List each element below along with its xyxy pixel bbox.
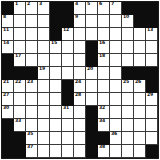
white-cell[interactable] (110, 54, 122, 67)
white-cell[interactable] (38, 106, 50, 119)
white-cell[interactable] (98, 28, 110, 41)
white-cell[interactable] (50, 132, 62, 145)
black-cell (98, 132, 110, 145)
white-cell[interactable] (122, 28, 134, 41)
black-cell (146, 67, 158, 80)
black-cell (50, 28, 62, 41)
white-cell[interactable] (14, 28, 26, 41)
white-cell[interactable]: 36 (110, 132, 122, 145)
clue-number: 35 (27, 132, 33, 137)
clue-number: 13 (147, 28, 153, 33)
white-cell[interactable] (146, 41, 158, 54)
white-cell[interactable] (110, 67, 122, 80)
clue-number: 29 (147, 93, 153, 98)
clue-number: 16 (99, 41, 105, 46)
clue-number: 37 (27, 145, 33, 150)
white-cell[interactable] (14, 15, 26, 28)
white-cell[interactable] (110, 145, 122, 158)
white-cell[interactable] (38, 15, 50, 28)
clue-number: 24 (75, 80, 81, 85)
black-cell (86, 54, 98, 67)
white-cell[interactable]: 16 (98, 41, 110, 54)
white-cell[interactable] (62, 54, 74, 67)
clue-number: 10 (123, 15, 129, 20)
white-cell[interactable] (38, 132, 50, 145)
clue-number: 6 (99, 2, 102, 7)
white-cell[interactable]: 37 (26, 145, 38, 158)
white-cell[interactable]: 18 (98, 54, 110, 67)
white-cell[interactable]: 34 (98, 119, 110, 132)
white-cell[interactable] (122, 54, 134, 67)
clue-number: 34 (99, 119, 105, 124)
white-cell[interactable] (26, 93, 38, 106)
black-cell (14, 67, 26, 80)
white-cell[interactable]: 23 (26, 80, 38, 93)
white-cell[interactable]: 9 (74, 15, 86, 28)
white-cell[interactable] (74, 28, 86, 41)
white-cell[interactable] (14, 41, 26, 54)
white-cell[interactable] (86, 15, 98, 28)
black-cell (50, 15, 62, 28)
clue-number: 7 (111, 2, 114, 7)
white-cell[interactable]: 4 (74, 2, 86, 15)
white-cell[interactable]: 17 (14, 54, 26, 67)
white-cell[interactable]: 10 (122, 15, 134, 28)
white-cell[interactable] (122, 41, 134, 54)
clue-number: 15 (51, 41, 57, 46)
black-cell (134, 2, 146, 15)
white-cell[interactable]: 35 (26, 132, 38, 145)
clue-number: 30 (3, 106, 9, 111)
black-cell (146, 145, 158, 158)
clue-number: 1 (15, 2, 18, 7)
black-cell (146, 2, 158, 15)
clue-number: 11 (3, 28, 9, 33)
white-cell[interactable] (122, 93, 134, 106)
clue-number: 31 (63, 106, 69, 111)
clue-number: 12 (63, 28, 69, 33)
white-cell[interactable] (62, 145, 74, 158)
white-cell[interactable] (86, 93, 98, 106)
white-cell[interactable]: 31 (62, 106, 74, 119)
white-cell[interactable] (38, 41, 50, 54)
white-cell[interactable] (74, 119, 86, 132)
clue-number: 4 (75, 2, 78, 7)
white-cell[interactable]: 8 (2, 15, 14, 28)
white-cell[interactable]: 11 (2, 28, 14, 41)
white-cell[interactable] (134, 93, 146, 106)
white-cell[interactable] (26, 15, 38, 28)
clue-number: 17 (15, 54, 21, 59)
white-cell[interactable] (26, 28, 38, 41)
clue-number: 22 (15, 80, 21, 85)
clue-number: 23 (27, 80, 33, 85)
white-cell[interactable] (110, 93, 122, 106)
white-cell[interactable] (146, 119, 158, 132)
clue-number: 38 (99, 145, 105, 150)
white-cell[interactable] (110, 80, 122, 93)
white-cell[interactable] (74, 106, 86, 119)
black-cell (62, 93, 74, 106)
white-cell[interactable]: 13 (146, 28, 158, 41)
white-cell[interactable] (38, 80, 50, 93)
white-cell[interactable] (134, 145, 146, 158)
white-cell[interactable] (122, 132, 134, 145)
black-cell (86, 106, 98, 119)
black-cell (26, 67, 38, 80)
white-cell[interactable] (38, 119, 50, 132)
white-cell[interactable]: 30 (2, 106, 14, 119)
clue-number: 36 (111, 132, 117, 137)
clue-number: 9 (75, 15, 78, 20)
black-cell (122, 2, 134, 15)
white-cell[interactable] (122, 106, 134, 119)
white-cell[interactable] (38, 145, 50, 158)
black-cell (2, 67, 14, 80)
black-cell (2, 145, 14, 158)
white-cell[interactable] (98, 93, 110, 106)
white-cell[interactable] (134, 132, 146, 145)
white-cell[interactable] (110, 28, 122, 41)
white-cell[interactable] (14, 106, 26, 119)
white-cell[interactable] (26, 54, 38, 67)
black-cell (122, 67, 134, 80)
clue-number: 20 (87, 67, 93, 72)
clue-number: 19 (39, 67, 45, 72)
white-cell[interactable] (110, 15, 122, 28)
clue-number: 26 (135, 80, 141, 85)
white-cell[interactable]: 12 (62, 28, 74, 41)
white-cell[interactable]: 19 (38, 67, 50, 80)
white-cell[interactable]: 25 (122, 80, 134, 93)
white-cell[interactable] (134, 119, 146, 132)
white-cell[interactable] (26, 41, 38, 54)
white-cell[interactable]: 20 (86, 67, 98, 80)
black-cell (86, 132, 98, 145)
white-cell[interactable] (86, 80, 98, 93)
white-cell[interactable] (134, 28, 146, 41)
white-cell[interactable] (14, 93, 26, 106)
white-cell[interactable] (50, 145, 62, 158)
black-cell (86, 119, 98, 132)
black-cell (2, 119, 14, 132)
white-cell[interactable] (50, 119, 62, 132)
white-cell[interactable] (38, 93, 50, 106)
black-cell (86, 41, 98, 54)
black-cell (14, 145, 26, 158)
white-cell[interactable] (50, 106, 62, 119)
white-cell[interactable] (122, 119, 134, 132)
white-cell[interactable]: 24 (74, 80, 86, 93)
black-cell (62, 80, 74, 93)
white-cell[interactable] (38, 54, 50, 67)
white-cell[interactable] (110, 119, 122, 132)
white-cell[interactable] (26, 106, 38, 119)
white-cell[interactable] (134, 54, 146, 67)
white-cell[interactable]: 29 (146, 93, 158, 106)
clue-number: 8 (3, 15, 6, 20)
white-cell[interactable] (98, 15, 110, 28)
black-cell (146, 80, 158, 93)
white-cell[interactable]: 21 (2, 80, 14, 93)
black-cell (62, 2, 74, 15)
white-cell[interactable] (38, 28, 50, 41)
white-cell[interactable] (74, 132, 86, 145)
clue-number: 3 (39, 2, 42, 7)
white-cell[interactable] (122, 145, 134, 158)
white-cell[interactable]: 38 (98, 145, 110, 158)
white-cell[interactable] (62, 119, 74, 132)
white-cell[interactable]: 6 (98, 2, 110, 15)
white-cell[interactable] (74, 67, 86, 80)
white-cell[interactable]: 15 (50, 41, 62, 54)
black-cell (2, 132, 14, 145)
black-cell (2, 54, 14, 67)
white-cell[interactable]: 7 (110, 2, 122, 15)
clue-number: 21 (3, 80, 9, 85)
clue-number: 33 (15, 119, 21, 124)
white-cell[interactable] (50, 93, 62, 106)
white-cell[interactable]: 27 (2, 93, 14, 106)
white-cell[interactable]: 5 (86, 2, 98, 15)
black-cell (62, 15, 74, 28)
white-cell[interactable]: 26 (134, 80, 146, 93)
white-cell[interactable]: 3 (38, 2, 50, 15)
white-cell[interactable]: 33 (14, 119, 26, 132)
black-cell (2, 2, 14, 15)
clue-number: 2 (27, 2, 30, 7)
white-cell[interactable] (26, 119, 38, 132)
white-cell[interactable]: 2 (26, 2, 38, 15)
white-cell[interactable]: 32 (98, 106, 110, 119)
white-cell[interactable] (74, 54, 86, 67)
white-cell[interactable]: 28 (74, 93, 86, 106)
white-cell[interactable] (98, 67, 110, 80)
black-cell (146, 15, 158, 28)
white-cell[interactable]: 22 (14, 80, 26, 93)
black-cell (50, 2, 62, 15)
white-cell[interactable] (134, 106, 146, 119)
white-cell[interactable] (62, 41, 74, 54)
clue-number: 18 (99, 54, 105, 59)
black-cell (86, 145, 98, 158)
clue-number: 25 (123, 80, 129, 85)
clue-number: 5 (87, 2, 90, 7)
clue-number: 28 (75, 93, 81, 98)
white-cell[interactable] (146, 132, 158, 145)
white-cell[interactable]: 1 (14, 2, 26, 15)
white-cell[interactable] (110, 41, 122, 54)
black-cell (134, 67, 146, 80)
white-cell[interactable] (146, 54, 158, 67)
clue-number: 14 (3, 41, 9, 46)
white-cell[interactable] (146, 106, 158, 119)
white-cell[interactable] (86, 28, 98, 41)
white-cell[interactable] (98, 80, 110, 93)
black-cell (134, 15, 146, 28)
white-cell[interactable] (74, 41, 86, 54)
white-cell[interactable] (134, 41, 146, 54)
clue-number: 27 (3, 93, 9, 98)
white-cell[interactable] (62, 67, 74, 80)
black-cell (14, 132, 26, 145)
white-cell[interactable]: 14 (2, 41, 14, 54)
white-cell[interactable] (110, 106, 122, 119)
white-cell[interactable] (74, 145, 86, 158)
clue-number: 32 (99, 106, 105, 111)
white-cell[interactable] (50, 54, 62, 67)
white-cell[interactable] (62, 132, 74, 145)
white-cell[interactable] (50, 67, 62, 80)
crossword-grid: 1234567891011121314151617181920212223242… (1, 1, 159, 159)
white-cell[interactable] (50, 80, 62, 93)
